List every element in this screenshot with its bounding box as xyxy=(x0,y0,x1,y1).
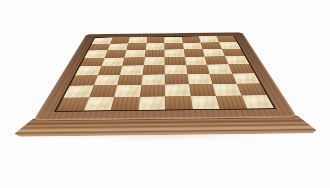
board-square-h5[interactable] xyxy=(225,56,250,64)
board-scene xyxy=(0,0,330,188)
board-square-c1[interactable] xyxy=(111,97,140,111)
board-square-b3[interactable] xyxy=(93,75,119,86)
chessboard xyxy=(54,36,277,112)
board-square-d2[interactable] xyxy=(140,85,165,97)
photo-canvas xyxy=(0,0,330,188)
board-square-b1[interactable] xyxy=(84,97,115,111)
board-square-b2[interactable] xyxy=(89,85,117,97)
board-square-f1[interactable] xyxy=(190,96,219,110)
board-square-b4[interactable] xyxy=(98,66,123,75)
board-square-f3[interactable] xyxy=(187,74,212,85)
board-square-c3[interactable] xyxy=(117,75,142,86)
board-square-c5[interactable] xyxy=(122,57,144,65)
board-square-h2[interactable] xyxy=(236,83,266,95)
board-square-f2[interactable] xyxy=(189,84,216,96)
board-square-f4[interactable] xyxy=(186,65,210,74)
board-square-d1[interactable] xyxy=(138,96,165,110)
board-square-c4[interactable] xyxy=(120,65,144,74)
board-square-b5[interactable] xyxy=(101,57,124,65)
board-square-c2[interactable] xyxy=(114,85,141,97)
board-square-d4[interactable] xyxy=(142,65,164,74)
board-square-e1[interactable] xyxy=(165,96,192,110)
board-frame xyxy=(33,32,297,120)
board-square-e3[interactable] xyxy=(165,74,189,85)
board-square-h4[interactable] xyxy=(228,64,254,73)
board-square-f5[interactable] xyxy=(185,56,207,64)
board-square-e2[interactable] xyxy=(165,84,191,96)
board-square-e5[interactable] xyxy=(165,57,186,65)
board-square-h1[interactable] xyxy=(241,95,274,109)
board-square-d3[interactable] xyxy=(141,74,165,85)
board-square-d5[interactable] xyxy=(143,57,164,65)
board-square-h3[interactable] xyxy=(232,73,260,84)
board-square-e4[interactable] xyxy=(165,65,188,74)
